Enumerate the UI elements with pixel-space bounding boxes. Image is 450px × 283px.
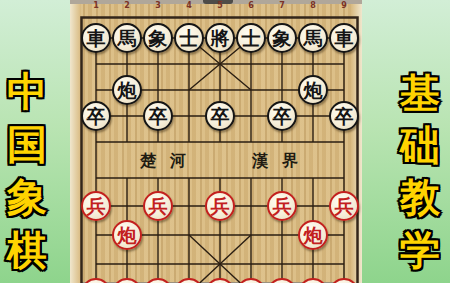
column-label: 1 xyxy=(93,2,99,10)
piece-black-soldier-4[interactable]: 卒 xyxy=(267,101,297,131)
piece-black-horse-right[interactable]: 馬 xyxy=(298,23,328,53)
banner-char: 基 xyxy=(400,73,440,113)
column-label: 3 xyxy=(155,2,161,10)
piece-red-cannon-left[interactable]: 炮 xyxy=(112,220,142,250)
river-label-chu: 楚 xyxy=(140,153,156,169)
banner-char: 国 xyxy=(7,124,47,164)
piece-black-soldier-3[interactable]: 卒 xyxy=(205,101,235,131)
piece-black-advisor-right[interactable]: 士 xyxy=(236,23,266,53)
banner-char: 学 xyxy=(400,230,440,270)
left-title-banner: 中 国 象 棋 xyxy=(0,0,70,283)
banner-char: 象 xyxy=(7,177,47,217)
column-label: 4 xyxy=(186,2,192,10)
column-label: 7 xyxy=(279,2,285,10)
column-label: 8 xyxy=(310,2,316,10)
banner-char: 中 xyxy=(7,71,47,111)
piece-red-cannon-right[interactable]: 炮 xyxy=(298,220,328,250)
column-label: 9 xyxy=(341,2,347,10)
piece-red-soldier-3[interactable]: 兵 xyxy=(205,191,235,221)
piece-black-soldier-5[interactable]: 卒 xyxy=(329,101,359,131)
column-label: 6 xyxy=(248,2,254,10)
column-label: 5 xyxy=(217,2,223,10)
piece-red-soldier-2[interactable]: 兵 xyxy=(143,191,173,221)
piece-black-chariot-right[interactable]: 車 xyxy=(329,23,359,53)
river-label-he: 河 xyxy=(170,153,186,169)
piece-red-soldier-4[interactable]: 兵 xyxy=(267,191,297,221)
piece-black-soldier-1[interactable]: 卒 xyxy=(81,101,111,131)
piece-black-general[interactable]: 將 xyxy=(205,23,235,53)
piece-black-elephant-left[interactable]: 象 xyxy=(143,23,173,53)
piece-red-soldier-5[interactable]: 兵 xyxy=(329,191,359,221)
piece-black-soldier-2[interactable]: 卒 xyxy=(143,101,173,131)
banner-char: 础 xyxy=(400,125,440,165)
banner-char: 教 xyxy=(400,177,440,217)
river-label-han: 漢 xyxy=(252,153,268,169)
piece-black-chariot-left[interactable]: 車 xyxy=(81,23,111,53)
right-title-banner: 基 础 教 学 xyxy=(362,0,450,283)
piece-red-soldier-1[interactable]: 兵 xyxy=(81,191,111,221)
screen: 中 国 象 棋 基 础 教 学 xyxy=(0,0,450,283)
column-label: 2 xyxy=(124,2,130,10)
piece-black-horse-left[interactable]: 馬 xyxy=(112,23,142,53)
piece-black-advisor-left[interactable]: 士 xyxy=(174,23,204,53)
xiangqi-board: 楚 河 漢 界 123456789 車馬象士將士象馬車炮炮卒卒卒卒卒兵兵兵兵兵炮… xyxy=(70,0,362,283)
piece-black-elephant-right[interactable]: 象 xyxy=(267,23,297,53)
piece-black-cannon-left[interactable]: 炮 xyxy=(112,75,142,105)
piece-black-cannon-right[interactable]: 炮 xyxy=(298,75,328,105)
river-label-jie: 界 xyxy=(282,153,298,169)
banner-char: 棋 xyxy=(7,230,47,270)
